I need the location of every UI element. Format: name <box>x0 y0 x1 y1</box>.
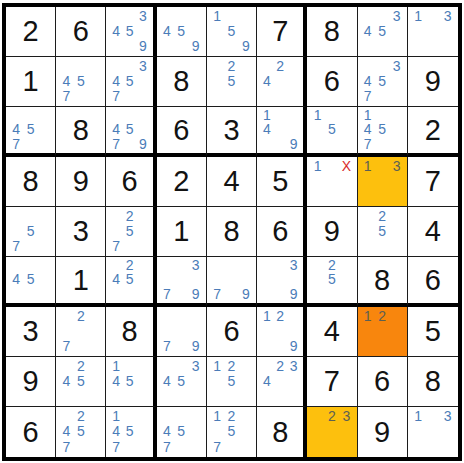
cell-r9c1[interactable]: 6 <box>6 407 56 457</box>
candidate-empty <box>239 89 253 104</box>
cell-r3c5[interactable]: 3 <box>207 107 257 157</box>
candidate-1: 1 <box>361 158 375 173</box>
cell-r6c6[interactable]: 39 <box>257 257 307 307</box>
cell-r6c7[interactable]: 25 <box>307 257 357 307</box>
candidate-empty <box>339 173 353 188</box>
candidate-empty <box>260 323 273 338</box>
cell-value: 5 <box>272 167 288 196</box>
candidate-1: 1 <box>260 108 273 122</box>
cell-value: 1 <box>23 67 39 96</box>
candidate-empty <box>59 358 73 373</box>
candidate-empty <box>361 189 375 204</box>
candidate-empty <box>210 39 224 54</box>
candidate-empty <box>188 308 202 323</box>
candidate-empty <box>136 208 149 223</box>
candidate-9: 9 <box>287 137 300 151</box>
cell-r1c2[interactable]: 6 <box>56 7 106 57</box>
candidate-empty <box>123 89 136 104</box>
cell-r8c9[interactable]: 8 <box>408 357 458 407</box>
candidate-empty <box>38 108 52 122</box>
candidate-empty <box>136 223 149 238</box>
cell-r9c6[interactable]: 8 <box>257 407 307 457</box>
candidate-empty <box>88 358 102 373</box>
cell-r4c3[interactable]: 6 <box>106 157 156 207</box>
candidate-5: 5 <box>174 23 188 38</box>
cell-r2c9[interactable]: 9 <box>408 57 458 107</box>
cell-r5c1[interactable]: 57 <box>6 207 56 257</box>
candidate-empty <box>325 137 339 151</box>
candidate-2: 2 <box>274 358 287 373</box>
candidate-grid: 45 <box>6 257 55 303</box>
candidate-4: 4 <box>361 73 375 88</box>
candidate-empty <box>59 408 73 424</box>
candidate-empty <box>440 424 455 440</box>
candidate-empty <box>174 8 188 23</box>
cell-value: 1 <box>173 217 189 246</box>
candidate-empty <box>339 272 353 286</box>
candidate-empty <box>274 339 287 354</box>
candidate-9: 9 <box>287 339 300 354</box>
candidate-empty <box>224 8 238 23</box>
candidate-empty <box>109 258 122 272</box>
cell-value: 9 <box>324 217 340 246</box>
cell-r7c7[interactable]: 4 <box>307 307 357 357</box>
candidate-empty <box>188 272 202 286</box>
candidate-empty <box>224 39 238 54</box>
candidate-empty <box>440 23 455 38</box>
candidate-3: 3 <box>136 8 149 23</box>
cell-r8c2[interactable]: 245 <box>56 357 106 407</box>
candidate-empty <box>38 272 52 286</box>
candidate-empty <box>239 439 253 455</box>
candidate-grid: 15 <box>307 107 356 153</box>
candidate-empty <box>274 323 287 338</box>
cell-r4c8[interactable]: 13 <box>358 157 408 207</box>
candidate-5: 5 <box>123 122 136 136</box>
candidate-empty <box>389 73 403 88</box>
cell-r1c9[interactable]: 13 <box>408 7 458 57</box>
cell-r3c8[interactable]: 1457 <box>358 107 408 157</box>
candidate-grid: 457 <box>56 57 105 106</box>
cell-r8c1[interactable]: 9 <box>6 357 56 407</box>
candidate-grid: 1X <box>307 157 356 206</box>
candidate-empty <box>389 223 403 238</box>
candidate-empty <box>23 287 37 301</box>
candidate-3: 3 <box>339 408 353 424</box>
cell-value: 3 <box>223 116 239 145</box>
cell-r7c3[interactable]: 8 <box>106 307 156 357</box>
candidate-empty <box>38 137 52 151</box>
cell-r5c2[interactable]: 3 <box>56 207 106 257</box>
cell-value: 8 <box>272 418 288 447</box>
candidate-grid: 145 <box>106 357 152 406</box>
candidate-2: 2 <box>274 58 287 73</box>
cell-r9c4[interactable]: 457 <box>157 407 207 457</box>
candidate-empty <box>375 89 389 104</box>
candidate-empty <box>88 323 102 338</box>
candidate-7: 7 <box>109 89 122 104</box>
cell-r1c7[interactable]: 8 <box>307 7 357 57</box>
cell-value: 9 <box>425 67 441 96</box>
cell-r5c3[interactable]: 257 <box>106 207 156 257</box>
candidate-empty <box>426 408 441 424</box>
cell-r2c3[interactable]: 3457 <box>106 57 156 107</box>
cell-r2c7[interactable]: 6 <box>307 57 357 107</box>
candidate-5: 5 <box>23 122 37 136</box>
candidate-empty <box>210 258 224 272</box>
candidate-empty <box>160 272 174 286</box>
candidate-5: 5 <box>123 73 136 88</box>
candidate-grid: 257 <box>106 207 152 256</box>
cell-r4c5[interactable]: 4 <box>207 157 257 207</box>
candidate-5: 5 <box>375 223 389 238</box>
candidate-empty <box>361 323 375 338</box>
candidate-empty <box>339 287 353 301</box>
cell-value: 6 <box>23 418 39 447</box>
cell-value: 8 <box>374 266 390 295</box>
candidate-5: 5 <box>375 23 389 38</box>
candidate-empty <box>88 408 102 424</box>
candidate-empty <box>287 58 300 73</box>
elimination-x-mark: X <box>339 158 353 173</box>
cell-r7c5[interactable]: 6 <box>207 307 257 357</box>
candidate-grid: 57 <box>6 207 55 256</box>
candidate-empty <box>123 8 136 23</box>
candidate-empty <box>123 439 136 455</box>
candidate-empty <box>123 358 136 373</box>
cell-r7c1[interactable]: 3 <box>6 307 56 357</box>
cell-r2c8[interactable]: 3457 <box>358 57 408 107</box>
candidate-empty <box>239 258 253 272</box>
candidate-empty <box>136 424 149 440</box>
cell-r7c6[interactable]: 129 <box>257 307 307 357</box>
candidate-empty <box>9 287 23 301</box>
candidate-empty <box>287 389 300 404</box>
candidate-empty <box>123 108 136 122</box>
cell-r4c2[interactable]: 9 <box>56 157 106 207</box>
candidate-empty <box>375 39 389 54</box>
candidate-empty <box>274 373 287 388</box>
candidate-grid: 379 <box>157 257 206 303</box>
cell-r9c5[interactable]: 1257 <box>207 407 257 457</box>
cell-r6c4[interactable]: 379 <box>157 257 207 307</box>
candidate-empty <box>74 323 88 338</box>
candidate-empty <box>188 323 202 338</box>
candidate-empty <box>239 408 253 424</box>
cell-value: 2 <box>23 17 39 46</box>
candidate-empty <box>287 308 300 323</box>
candidate-grid: 245 <box>106 257 152 303</box>
candidate-4: 4 <box>59 73 73 88</box>
candidate-empty <box>325 424 339 440</box>
candidate-empty <box>38 223 52 238</box>
candidate-empty <box>361 223 375 238</box>
cell-r3c2[interactable]: 8 <box>56 107 106 157</box>
cell-r5c9[interactable]: 4 <box>408 207 458 257</box>
candidate-4: 4 <box>160 373 174 388</box>
cell-r9c9[interactable]: 13 <box>408 407 458 457</box>
candidate-grid: 24 <box>257 57 303 106</box>
cell-r5c8[interactable]: 25 <box>358 207 408 257</box>
candidate-5: 5 <box>23 223 37 238</box>
cell-r2c2[interactable]: 457 <box>56 57 106 107</box>
candidate-empty <box>239 389 253 404</box>
candidate-empty <box>109 389 122 404</box>
candidate-empty <box>174 272 188 286</box>
cell-r6c2[interactable]: 1 <box>56 257 106 307</box>
cell-r9c2[interactable]: 2457 <box>56 407 106 457</box>
candidate-4: 4 <box>9 272 23 286</box>
candidate-3: 3 <box>287 358 300 373</box>
cell-value: 6 <box>272 217 288 246</box>
candidate-2: 2 <box>325 408 339 424</box>
candidate-empty <box>274 122 287 136</box>
cell-r3c6[interactable]: 149 <box>257 107 307 157</box>
candidate-empty <box>389 23 403 38</box>
candidate-grid: 1257 <box>207 407 256 457</box>
candidate-empty <box>210 272 224 286</box>
cell-r3c9[interactable]: 2 <box>408 107 458 157</box>
candidate-empty <box>188 373 202 388</box>
candidate-empty <box>239 23 253 38</box>
cell-value: 8 <box>324 17 340 46</box>
candidate-empty <box>274 108 287 122</box>
candidate-empty <box>375 339 389 354</box>
candidate-empty <box>260 89 273 104</box>
candidate-grid: 3459 <box>106 7 152 56</box>
candidate-empty <box>310 137 324 151</box>
candidate-grid: 4579 <box>106 107 152 153</box>
cell-r8c4[interactable]: 345 <box>157 357 207 407</box>
cell-r4c9[interactable]: 7 <box>408 157 458 207</box>
sudoku-board: 2634594591597834513145734578252463457945… <box>2 3 462 461</box>
candidate-empty <box>188 23 202 38</box>
cell-value: 6 <box>324 67 340 96</box>
candidate-empty <box>136 439 149 455</box>
cell-value: 8 <box>23 167 39 196</box>
candidate-empty <box>23 108 37 122</box>
candidate-3: 3 <box>287 258 300 272</box>
cell-r8c3[interactable]: 145 <box>106 357 156 407</box>
candidate-4: 4 <box>361 23 375 38</box>
cell-value: 9 <box>73 167 89 196</box>
candidate-empty <box>74 89 88 104</box>
candidate-2: 2 <box>123 208 136 223</box>
candidate-empty <box>136 23 149 38</box>
candidate-grid: 457 <box>6 107 55 153</box>
candidate-empty <box>339 122 353 136</box>
candidate-empty <box>310 122 324 136</box>
candidate-empty <box>361 39 375 54</box>
candidate-empty <box>109 208 122 223</box>
cell-r8c7[interactable]: 7 <box>307 357 357 407</box>
candidate-grid: 27 <box>56 307 105 356</box>
cell-r6c3[interactable]: 245 <box>106 257 156 307</box>
candidate-empty <box>123 39 136 54</box>
cell-r3c4[interactable]: 6 <box>157 107 207 157</box>
cell-r4c1[interactable]: 8 <box>6 157 56 207</box>
candidate-empty <box>325 173 339 188</box>
candidate-empty <box>38 122 52 136</box>
cell-r3c7[interactable]: 15 <box>307 107 357 157</box>
candidate-empty <box>174 389 188 404</box>
candidate-empty <box>9 208 23 223</box>
candidate-empty <box>260 58 273 73</box>
cell-r5c6[interactable]: 6 <box>257 207 307 257</box>
candidate-7: 7 <box>109 239 122 254</box>
cell-r8c8[interactable]: 6 <box>358 357 408 407</box>
candidate-empty <box>123 137 136 151</box>
candidate-empty <box>88 58 102 73</box>
candidate-7: 7 <box>59 89 73 104</box>
candidate-4: 4 <box>59 373 73 388</box>
candidate-empty <box>310 287 324 301</box>
candidate-4: 4 <box>109 23 122 38</box>
candidate-empty <box>389 39 403 54</box>
cell-r4c6[interactable]: 5 <box>257 157 307 207</box>
candidate-empty <box>9 223 23 238</box>
candidate-empty <box>224 258 238 272</box>
candidate-grid: 13 <box>358 157 407 206</box>
candidate-empty <box>136 358 149 373</box>
candidate-empty <box>361 239 375 254</box>
candidate-empty <box>287 108 300 122</box>
candidate-empty <box>325 108 339 122</box>
cell-r1c6[interactable]: 7 <box>257 7 307 57</box>
cell-r3c1[interactable]: 457 <box>6 107 56 157</box>
candidate-empty <box>389 323 403 338</box>
cell-r2c5[interactable]: 25 <box>207 57 257 107</box>
candidate-2: 2 <box>224 408 238 424</box>
candidate-grid: 159 <box>207 7 256 56</box>
candidate-empty <box>361 58 375 73</box>
candidate-empty <box>88 308 102 323</box>
candidate-2: 2 <box>224 358 238 373</box>
cell-r2c1[interactable]: 1 <box>6 57 56 107</box>
cell-r8c6[interactable]: 234 <box>257 357 307 407</box>
candidate-empty <box>260 287 273 301</box>
cell-r1c3[interactable]: 3459 <box>106 7 156 57</box>
cell-r8c5[interactable]: 125 <box>207 357 257 407</box>
candidate-4: 4 <box>109 373 122 388</box>
candidate-empty <box>74 58 88 73</box>
candidate-empty <box>136 73 149 88</box>
cell-r1c4[interactable]: 459 <box>157 7 207 57</box>
candidate-1: 1 <box>411 8 426 23</box>
candidate-empty <box>160 408 174 424</box>
candidate-5: 5 <box>224 73 238 88</box>
candidate-empty <box>361 173 375 188</box>
candidate-empty <box>260 339 273 354</box>
cell-r4c4[interactable]: 2 <box>157 157 207 207</box>
candidate-empty <box>88 389 102 404</box>
cell-r7c2[interactable]: 27 <box>56 307 106 357</box>
candidate-empty <box>325 439 339 455</box>
candidate-4: 4 <box>361 122 375 136</box>
candidate-empty <box>136 89 149 104</box>
cell-r1c1[interactable]: 2 <box>6 7 56 57</box>
candidate-empty <box>123 389 136 404</box>
cell-r9c3[interactable]: 1457 <box>106 407 156 457</box>
candidate-7: 7 <box>210 439 224 455</box>
candidate-empty <box>339 439 353 455</box>
cell-value: 7 <box>272 17 288 46</box>
candidate-empty <box>375 189 389 204</box>
cell-r4c7[interactable]: 1X <box>307 157 357 207</box>
candidate-empty <box>59 308 73 323</box>
cell-r5c7[interactable]: 9 <box>307 207 357 257</box>
candidate-empty <box>389 122 403 136</box>
candidate-4: 4 <box>109 272 122 286</box>
candidate-empty <box>88 73 102 88</box>
candidate-empty <box>325 189 339 204</box>
candidate-empty <box>109 8 122 23</box>
candidate-empty <box>260 258 273 272</box>
candidate-empty <box>210 389 224 404</box>
candidate-empty <box>123 58 136 73</box>
cell-r7c4[interactable]: 79 <box>157 307 207 357</box>
candidate-5: 5 <box>224 23 238 38</box>
cell-value: 6 <box>223 317 239 346</box>
candidate-empty <box>389 239 403 254</box>
cell-r7c9[interactable]: 5 <box>408 307 458 357</box>
candidate-empty <box>389 137 403 151</box>
candidate-empty <box>274 272 287 286</box>
cell-r6c5[interactable]: 79 <box>207 257 257 307</box>
cell-r2c6[interactable]: 24 <box>257 57 307 107</box>
cell-r1c8[interactable]: 345 <box>358 7 408 57</box>
candidate-4: 4 <box>109 424 122 440</box>
candidate-empty <box>23 208 37 223</box>
candidate-empty <box>160 358 174 373</box>
candidate-empty <box>59 323 73 338</box>
candidate-empty <box>426 8 441 23</box>
candidate-empty <box>174 408 188 424</box>
candidate-empty <box>188 389 202 404</box>
cell-r6c8[interactable]: 8 <box>358 257 408 307</box>
cell-r6c9[interactable]: 6 <box>408 257 458 307</box>
cell-value: 6 <box>374 367 390 396</box>
candidate-empty <box>188 424 202 440</box>
cell-r9c8[interactable]: 9 <box>358 407 408 457</box>
cell-r9c7[interactable]: 23 <box>307 407 357 457</box>
cell-r2c4[interactable]: 8 <box>157 57 207 107</box>
candidate-empty <box>274 137 287 151</box>
candidate-7: 7 <box>210 287 224 301</box>
candidate-grid: 25 <box>207 57 256 106</box>
cell-r5c5[interactable]: 8 <box>207 207 257 257</box>
candidate-grid: 125 <box>207 357 256 406</box>
cell-r1c5[interactable]: 159 <box>207 7 257 57</box>
candidate-empty <box>375 8 389 23</box>
candidate-4: 4 <box>109 73 122 88</box>
candidate-5: 5 <box>123 223 136 238</box>
candidate-empty <box>210 73 224 88</box>
candidate-empty <box>411 424 426 440</box>
cell-r3c3[interactable]: 4579 <box>106 107 156 157</box>
candidate-empty <box>88 89 102 104</box>
candidate-empty <box>23 258 37 272</box>
candidate-empty <box>59 58 73 73</box>
cell-value: 3 <box>73 217 89 246</box>
cell-r5c4[interactable]: 1 <box>157 207 207 257</box>
cell-r7c8[interactable]: 12 <box>358 307 408 357</box>
candidate-empty <box>188 439 202 455</box>
cell-r6c1[interactable]: 45 <box>6 257 56 307</box>
candidate-empty <box>310 272 324 286</box>
candidate-empty <box>210 23 224 38</box>
candidate-1: 1 <box>210 358 224 373</box>
